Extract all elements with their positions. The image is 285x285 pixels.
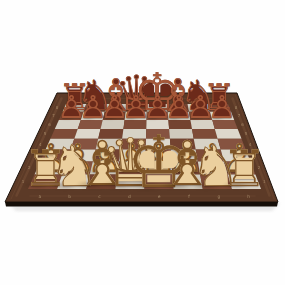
square-b2 bbox=[62, 161, 93, 174]
square-c6 bbox=[101, 120, 125, 129]
square-b8 bbox=[84, 104, 107, 112]
square-c8 bbox=[105, 104, 127, 112]
square-e3 bbox=[145, 150, 171, 162]
square-f5 bbox=[169, 129, 194, 139]
coordinate-label: d bbox=[136, 97, 138, 101]
square-f3 bbox=[171, 150, 198, 162]
square-d4 bbox=[121, 139, 146, 150]
square-g6 bbox=[190, 120, 214, 129]
coordinate-label: e bbox=[158, 194, 161, 199]
square-c1 bbox=[86, 175, 117, 190]
coordinate-label: c bbox=[117, 97, 119, 101]
square-a5 bbox=[50, 129, 77, 139]
square-d3 bbox=[119, 150, 146, 162]
square-a7 bbox=[59, 112, 84, 120]
square-d7 bbox=[125, 112, 147, 120]
coordinate-label: b bbox=[68, 194, 71, 199]
coordinate-label: 2 bbox=[258, 165, 261, 170]
square-h1 bbox=[228, 175, 261, 190]
coordinate-label: 2 bbox=[28, 165, 31, 170]
square-e6 bbox=[146, 120, 169, 129]
square-h3 bbox=[221, 150, 251, 162]
square-b3 bbox=[67, 150, 96, 162]
coordinate-label: 1 bbox=[263, 179, 266, 184]
coordinate-label: e bbox=[156, 97, 158, 101]
square-h6 bbox=[212, 120, 237, 129]
square-b7 bbox=[81, 112, 105, 120]
square-b4 bbox=[71, 139, 99, 150]
square-e8 bbox=[147, 104, 168, 112]
square-g3 bbox=[196, 150, 224, 162]
square-b5 bbox=[74, 129, 100, 139]
square-g7 bbox=[189, 112, 212, 120]
square-h4 bbox=[218, 139, 246, 150]
square-e1 bbox=[145, 175, 174, 190]
square-g8 bbox=[188, 104, 210, 112]
square-e4 bbox=[146, 139, 171, 150]
coordinate-label: g bbox=[195, 97, 197, 101]
coordinate-label: 4 bbox=[249, 142, 252, 147]
square-d2 bbox=[117, 161, 145, 174]
square-f6 bbox=[168, 120, 192, 129]
coordinate-label: 6 bbox=[48, 122, 51, 127]
square-d8 bbox=[126, 104, 147, 112]
board-edge-rim bbox=[5, 202, 278, 207]
square-a8 bbox=[63, 104, 87, 112]
square-c4 bbox=[96, 139, 123, 150]
coordinate-label: 1 bbox=[22, 179, 25, 184]
coordinate-label: 7 bbox=[52, 113, 55, 118]
square-f7 bbox=[168, 112, 191, 120]
square-h7 bbox=[210, 112, 234, 120]
square-e7 bbox=[147, 112, 169, 120]
coordinate-label: h bbox=[215, 97, 217, 101]
chessboard-product-photo: aabbccddeeffgghh1122334455667788 ♜♖♞♘♝♗♛… bbox=[0, 0, 285, 285]
square-f1 bbox=[173, 175, 203, 190]
square-f8 bbox=[167, 104, 189, 112]
square-a4 bbox=[46, 139, 75, 150]
square-g5 bbox=[192, 129, 218, 139]
square-h5 bbox=[215, 129, 242, 139]
square-b1 bbox=[57, 175, 90, 190]
square-e5 bbox=[146, 129, 170, 139]
coordinate-label: 4 bbox=[39, 142, 42, 147]
square-e2 bbox=[145, 161, 173, 174]
square-g1 bbox=[200, 175, 232, 190]
square-h2 bbox=[224, 161, 255, 174]
coordinate-label: 5 bbox=[245, 131, 248, 136]
square-c7 bbox=[103, 112, 126, 120]
square-d5 bbox=[122, 129, 146, 139]
square-a6 bbox=[55, 120, 81, 129]
square-f4 bbox=[170, 139, 196, 150]
coordinate-label: 8 bbox=[235, 105, 238, 110]
square-f2 bbox=[172, 161, 201, 174]
square-g4 bbox=[194, 139, 221, 150]
coordinate-label: b bbox=[97, 97, 99, 101]
coordinate-label: 6 bbox=[241, 122, 244, 127]
coordinate-label: a bbox=[39, 194, 42, 199]
square-c3 bbox=[93, 150, 121, 162]
square-h8 bbox=[208, 104, 231, 112]
coordinate-label: h bbox=[247, 194, 250, 199]
coordinate-label: d bbox=[128, 194, 131, 199]
square-d6 bbox=[123, 120, 146, 129]
square-d1 bbox=[115, 175, 144, 190]
coordinate-label: g bbox=[218, 194, 221, 199]
square-g2 bbox=[198, 161, 228, 174]
square-c2 bbox=[90, 161, 119, 174]
square-c5 bbox=[98, 129, 123, 139]
coordinate-label: a bbox=[77, 97, 79, 101]
coordinate-label: 3 bbox=[253, 153, 256, 158]
square-b6 bbox=[78, 120, 103, 129]
squares bbox=[28, 104, 261, 189]
square-a3 bbox=[40, 150, 70, 162]
chessboard: aabbccddeeffgghh1122334455667788 bbox=[0, 0, 285, 285]
